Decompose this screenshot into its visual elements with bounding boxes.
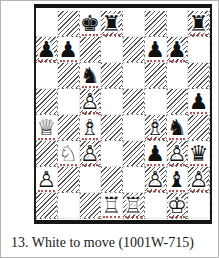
square-e4 [123, 115, 145, 141]
square-c3: ♙ [80, 141, 102, 167]
square-h3: ♛ [188, 141, 210, 167]
square-c5: ♙ [80, 89, 102, 115]
black-king-icon: ♚ [80, 11, 100, 37]
square-f6 [145, 63, 167, 89]
square-e8 [123, 11, 145, 37]
square-g5 [167, 89, 189, 115]
square-f3: ♟ [145, 141, 167, 167]
square-c6: ♞ [80, 63, 102, 89]
black-pawn-icon: ♟ [145, 141, 165, 167]
white-bishop-icon: ♗ [145, 115, 165, 141]
square-d6 [101, 63, 123, 89]
square-f8 [145, 11, 167, 37]
square-f5 [145, 89, 167, 115]
square-h2: ♙ [188, 167, 210, 193]
square-g2: ♝ [167, 167, 189, 193]
black-bishop-icon: ♝ [167, 167, 187, 193]
square-c4: ♗ [80, 115, 102, 141]
square-f7: ♟ [145, 37, 167, 63]
board-grid: ♚♜♜♟♟♟♟♞♙♟♕♗♗♞♘♙♟♙♛♙♙♝♙♖♖♔ [36, 11, 210, 219]
square-g3: ♙ [167, 141, 189, 167]
white-pawn-icon: ♙ [37, 167, 57, 193]
square-c8: ♚ [80, 11, 102, 37]
square-a8 [36, 11, 58, 37]
square-h6 [188, 63, 210, 89]
square-g6 [167, 63, 189, 89]
square-a1 [36, 193, 58, 219]
white-pawn-icon: ♙ [167, 141, 187, 167]
square-d5 [101, 89, 123, 115]
square-h4 [188, 115, 210, 141]
square-e1: ♖ [123, 193, 145, 219]
black-knight-icon: ♞ [80, 63, 100, 89]
square-b7: ♟ [58, 37, 80, 63]
square-a7: ♟ [36, 37, 58, 63]
square-a6 [36, 63, 58, 89]
square-b4 [58, 115, 80, 141]
white-pawn-icon: ♙ [80, 89, 100, 115]
black-pawn-icon: ♟ [189, 89, 209, 115]
square-b6 [58, 63, 80, 89]
white-pawn-icon: ♙ [80, 141, 100, 167]
white-queen-icon: ♕ [37, 115, 57, 141]
square-h5: ♟ [188, 89, 210, 115]
square-g4: ♞ [167, 115, 189, 141]
square-b2 [58, 167, 80, 193]
white-pawn-icon: ♙ [189, 167, 209, 193]
square-a2: ♙ [36, 167, 58, 193]
white-rook-icon: ♖ [124, 193, 144, 219]
diagram-page: ♚♜♜♟♟♟♟♞♙♟♕♗♗♞♘♙♟♙♛♙♙♝♙♖♖♔ 13. White to … [0, 0, 219, 258]
white-bishop-icon: ♗ [80, 115, 100, 141]
square-b3: ♘ [58, 141, 80, 167]
square-d2 [101, 167, 123, 193]
square-b1 [58, 193, 80, 219]
black-pawn-icon: ♟ [37, 37, 57, 63]
square-a3 [36, 141, 58, 167]
board-bottom-border [34, 220, 212, 224]
black-pawn-icon: ♟ [145, 37, 165, 63]
square-d8: ♜ [101, 11, 123, 37]
square-d3 [101, 141, 123, 167]
white-king-icon: ♔ [167, 193, 187, 219]
square-c7 [80, 37, 102, 63]
square-e7 [123, 37, 145, 63]
square-h8: ♜ [188, 11, 210, 37]
square-b5 [58, 89, 80, 115]
square-f2: ♙ [145, 167, 167, 193]
diagram-caption: 13. White to move (1001W-715) [11, 235, 194, 251]
square-h1 [188, 193, 210, 219]
square-f4: ♗ [145, 115, 167, 141]
black-queen-icon: ♛ [189, 141, 209, 167]
white-rook-icon: ♖ [102, 193, 122, 219]
square-h7 [188, 37, 210, 63]
square-e3 [123, 141, 145, 167]
square-g1: ♔ [167, 193, 189, 219]
square-c2 [80, 167, 102, 193]
square-f1 [145, 193, 167, 219]
black-pawn-icon: ♟ [167, 37, 187, 63]
square-b8 [58, 11, 80, 37]
white-knight-icon: ♘ [58, 141, 78, 167]
black-pawn-icon: ♟ [58, 37, 78, 63]
square-g7: ♟ [167, 37, 189, 63]
square-d4 [101, 115, 123, 141]
square-d7 [101, 37, 123, 63]
square-g8 [167, 11, 189, 37]
square-e2 [123, 167, 145, 193]
square-a5 [36, 89, 58, 115]
square-e5 [123, 89, 145, 115]
square-e6 [123, 63, 145, 89]
board-frame: ♚♜♜♟♟♟♟♞♙♟♕♗♗♞♘♙♟♙♛♙♙♝♙♖♖♔ [34, 8, 212, 220]
black-rook-icon: ♜ [189, 11, 209, 37]
square-c1 [80, 193, 102, 219]
black-rook-icon: ♜ [102, 11, 122, 37]
white-pawn-icon: ♙ [145, 167, 165, 193]
chess-board: ♚♜♜♟♟♟♟♞♙♟♕♗♗♞♘♙♟♙♛♙♙♝♙♖♖♔ [34, 4, 212, 224]
square-d1: ♖ [101, 193, 123, 219]
square-a4: ♕ [36, 115, 58, 141]
black-knight-icon: ♞ [167, 115, 187, 141]
